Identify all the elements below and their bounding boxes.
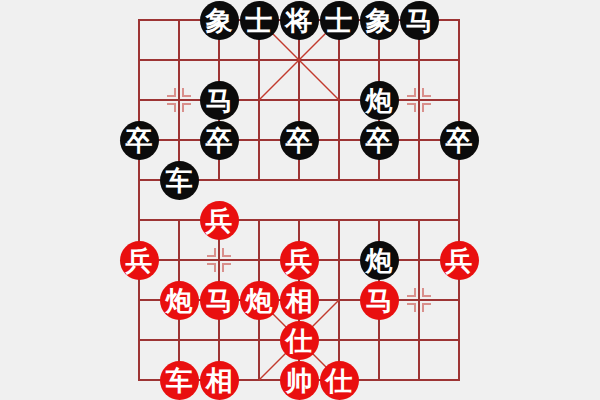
star-marker — [167, 88, 175, 96]
piece-black-advisor[interactable]: 士 — [320, 1, 359, 40]
star-marker — [423, 288, 431, 296]
star-marker — [223, 264, 231, 272]
piece-black-elephant[interactable]: 象 — [200, 1, 239, 40]
star-marker — [183, 104, 191, 112]
piece-black-soldier[interactable]: 卒 — [280, 121, 319, 160]
piece-red-elephant[interactable]: 相 — [200, 361, 239, 400]
star-marker — [407, 104, 415, 112]
piece-red-soldier[interactable]: 兵 — [200, 201, 239, 240]
star-marker — [207, 264, 215, 272]
piece-red-king[interactable]: 帅 — [280, 361, 319, 400]
piece-black-advisor[interactable]: 士 — [240, 1, 279, 40]
piece-black-horse[interactable]: 马 — [400, 1, 439, 40]
piece-red-chariot[interactable]: 车 — [160, 361, 199, 400]
star-marker — [223, 248, 231, 256]
piece-black-elephant[interactable]: 象 — [360, 1, 399, 40]
piece-black-cannon[interactable]: 炮 — [360, 81, 399, 120]
piece-red-horse[interactable]: 马 — [360, 281, 399, 320]
piece-red-horse[interactable]: 马 — [200, 281, 239, 320]
piece-black-chariot[interactable]: 车 — [160, 161, 199, 200]
star-marker — [423, 88, 431, 96]
piece-red-elephant[interactable]: 相 — [280, 281, 319, 320]
piece-black-king[interactable]: 将 — [280, 1, 319, 40]
xiangqi-screenshot: 象士将士象马马炮卒卒卒卒卒车炮兵兵兵兵炮马炮相马仕车相帅仕 — [0, 0, 600, 400]
piece-black-soldier[interactable]: 卒 — [200, 121, 239, 160]
piece-red-advisor[interactable]: 仕 — [280, 321, 319, 360]
star-marker — [423, 104, 431, 112]
piece-red-soldier[interactable]: 兵 — [440, 241, 479, 280]
piece-black-horse[interactable]: 马 — [200, 81, 239, 120]
piece-black-soldier[interactable]: 卒 — [360, 121, 399, 160]
star-marker — [407, 88, 415, 96]
star-marker — [207, 248, 215, 256]
star-marker — [407, 288, 415, 296]
piece-red-soldier[interactable]: 兵 — [280, 241, 319, 280]
piece-black-soldier[interactable]: 卒 — [440, 121, 479, 160]
piece-black-soldier[interactable]: 卒 — [120, 121, 159, 160]
piece-red-soldier[interactable]: 兵 — [120, 241, 159, 280]
piece-black-cannon[interactable]: 炮 — [360, 241, 399, 280]
star-marker — [407, 304, 415, 312]
star-marker — [167, 104, 175, 112]
xiangqi-board[interactable]: 象士将士象马马炮卒卒卒卒卒车炮兵兵兵兵炮马炮相马仕车相帅仕 — [119, 0, 479, 400]
piece-red-cannon[interactable]: 炮 — [160, 281, 199, 320]
star-marker — [423, 304, 431, 312]
piece-red-advisor[interactable]: 仕 — [320, 361, 359, 400]
star-marker — [183, 88, 191, 96]
piece-red-cannon[interactable]: 炮 — [240, 281, 279, 320]
